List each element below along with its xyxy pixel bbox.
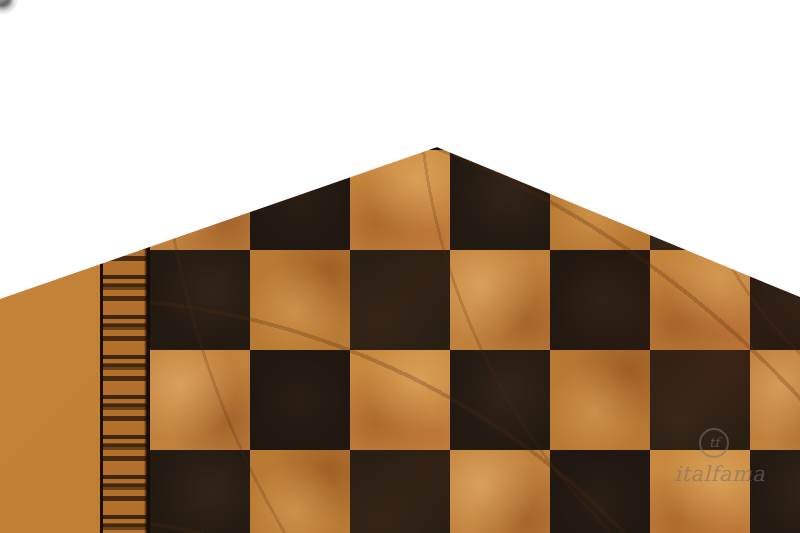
square-b7 xyxy=(250,250,350,350)
square-d6 xyxy=(350,450,450,533)
square-a7 xyxy=(250,150,350,250)
square-d5 xyxy=(450,450,550,533)
square-d8 xyxy=(150,450,250,533)
board-grid xyxy=(150,150,800,533)
square-c7 xyxy=(250,350,350,450)
chess-board xyxy=(0,0,800,533)
square-c2 xyxy=(750,350,800,450)
square-b8 xyxy=(150,250,250,350)
square-b6 xyxy=(350,250,450,350)
square-c6 xyxy=(350,350,450,450)
square-c4 xyxy=(550,350,650,450)
square-b3 xyxy=(650,250,750,350)
square-c5 xyxy=(450,350,550,450)
board-border-band xyxy=(100,100,800,150)
square-a3 xyxy=(650,150,750,250)
square-c3 xyxy=(650,350,750,450)
square-a4 xyxy=(550,150,650,250)
square-d7 xyxy=(250,450,350,533)
chess-set-photo: tf italfama ♜♞♝♛♚♝♞♜♟♟♟♟♟♟♟♟♟♟♟♟♟♟♟♟♜♞♝♛… xyxy=(0,0,800,533)
square-a8 xyxy=(150,150,250,250)
square-d3 xyxy=(650,450,750,533)
square-d2 xyxy=(750,450,800,533)
square-a5 xyxy=(450,150,550,250)
square-b4 xyxy=(550,250,650,350)
square-a6 xyxy=(350,150,450,250)
square-b5 xyxy=(450,250,550,350)
square-b2 xyxy=(750,250,800,350)
square-a2 xyxy=(750,150,800,250)
square-c8 xyxy=(150,350,250,450)
board-border-band xyxy=(100,150,150,533)
square-d4 xyxy=(550,450,650,533)
